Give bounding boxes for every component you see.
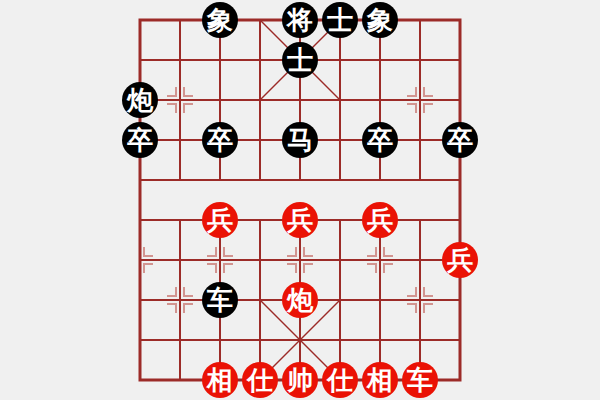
piece-red-chariot[interactable]: 车 (402, 362, 438, 398)
xiangqi-app: 象将士象士炮卒卒马卒卒车兵兵兵兵炮相仕帅仕相车 (0, 0, 600, 400)
piece-black-king[interactable]: 将 (282, 2, 318, 38)
piece-black-advisor[interactable]: 士 (322, 2, 358, 38)
piece-red-advisor[interactable]: 仕 (242, 362, 278, 398)
piece-red-king[interactable]: 帅 (282, 362, 318, 398)
piece-black-chariot[interactable]: 车 (202, 282, 238, 318)
piece-black-pawn[interactable]: 卒 (202, 122, 238, 158)
piece-black-elephant[interactable]: 象 (362, 2, 398, 38)
piece-black-pawn[interactable]: 卒 (122, 122, 158, 158)
piece-black-advisor[interactable]: 士 (282, 42, 318, 78)
piece-red-elephant[interactable]: 相 (202, 362, 238, 398)
piece-black-cannon[interactable]: 炮 (122, 82, 158, 118)
piece-red-pawn[interactable]: 兵 (202, 202, 238, 238)
piece-black-pawn[interactable]: 卒 (362, 122, 398, 158)
pieces-layer: 象将士象士炮卒卒马卒卒车兵兵兵兵炮相仕帅仕相车 (0, 0, 600, 400)
piece-red-cannon[interactable]: 炮 (282, 282, 318, 318)
piece-black-elephant[interactable]: 象 (202, 2, 238, 38)
piece-red-pawn[interactable]: 兵 (362, 202, 398, 238)
piece-red-pawn[interactable]: 兵 (282, 202, 318, 238)
piece-red-elephant[interactable]: 相 (362, 362, 398, 398)
piece-red-pawn[interactable]: 兵 (442, 242, 478, 278)
piece-black-pawn[interactable]: 卒 (442, 122, 478, 158)
piece-black-horse[interactable]: 马 (282, 122, 318, 158)
piece-red-advisor[interactable]: 仕 (322, 362, 358, 398)
